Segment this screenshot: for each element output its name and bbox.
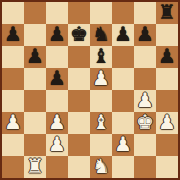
square-g2[interactable] — [134, 134, 156, 156]
square-f3[interactable] — [112, 112, 134, 134]
square-h7[interactable] — [156, 24, 178, 46]
piece-white-pawn[interactable]: ♟ — [158, 112, 176, 132]
square-e3[interactable]: ♝ — [90, 112, 112, 134]
square-a4[interactable] — [2, 90, 24, 112]
square-e8[interactable] — [90, 2, 112, 24]
piece-white-pawn[interactable]: ♟ — [4, 112, 22, 132]
square-a5[interactable] — [2, 68, 24, 90]
square-b3[interactable] — [24, 112, 46, 134]
square-c7[interactable]: ♟ — [46, 24, 68, 46]
square-a3[interactable]: ♟ — [2, 112, 24, 134]
square-b6[interactable]: ♟ — [24, 46, 46, 68]
square-c8[interactable] — [46, 2, 68, 24]
square-h4[interactable] — [156, 90, 178, 112]
piece-white-pawn[interactable]: ♟ — [48, 134, 66, 154]
piece-black-knight[interactable]: ♞ — [92, 24, 110, 44]
square-a6[interactable] — [2, 46, 24, 68]
square-f6[interactable] — [112, 46, 134, 68]
square-d7[interactable]: ♚ — [68, 24, 90, 46]
piece-white-bishop[interactable]: ♝ — [92, 112, 110, 132]
square-c6[interactable] — [46, 46, 68, 68]
square-d3[interactable] — [68, 112, 90, 134]
square-g3[interactable]: ♚ — [134, 112, 156, 134]
piece-black-king[interactable]: ♚ — [70, 24, 88, 44]
square-c2[interactable]: ♟ — [46, 134, 68, 156]
square-e1[interactable]: ♞ — [90, 156, 112, 178]
square-a2[interactable] — [2, 134, 24, 156]
piece-white-knight[interactable]: ♞ — [92, 156, 110, 176]
square-f8[interactable] — [112, 2, 134, 24]
square-d6[interactable] — [68, 46, 90, 68]
piece-white-pawn[interactable]: ♟ — [114, 134, 132, 154]
piece-black-pawn[interactable]: ♟ — [158, 46, 176, 66]
square-g6[interactable] — [134, 46, 156, 68]
square-f5[interactable] — [112, 68, 134, 90]
piece-black-pawn[interactable]: ♟ — [48, 24, 66, 44]
square-b1[interactable]: ♜ — [24, 156, 46, 178]
square-d2[interactable] — [68, 134, 90, 156]
square-c5[interactable]: ♟ — [46, 68, 68, 90]
square-c3[interactable]: ♟ — [46, 112, 68, 134]
square-d1[interactable] — [68, 156, 90, 178]
square-d4[interactable] — [68, 90, 90, 112]
piece-white-pawn[interactable]: ♟ — [92, 68, 110, 88]
square-e7[interactable]: ♞ — [90, 24, 112, 46]
square-h3[interactable]: ♟ — [156, 112, 178, 134]
square-d8[interactable] — [68, 2, 90, 24]
piece-black-bishop[interactable]: ♝ — [92, 46, 110, 66]
square-f1[interactable] — [112, 156, 134, 178]
piece-black-pawn[interactable]: ♟ — [4, 24, 22, 44]
square-d5[interactable] — [68, 68, 90, 90]
piece-black-pawn[interactable]: ♟ — [26, 46, 44, 66]
square-e5[interactable]: ♟ — [90, 68, 112, 90]
square-a1[interactable] — [2, 156, 24, 178]
square-f7[interactable]: ♟ — [112, 24, 134, 46]
square-e4[interactable] — [90, 90, 112, 112]
square-a7[interactable]: ♟ — [2, 24, 24, 46]
square-e2[interactable] — [90, 134, 112, 156]
square-h6[interactable]: ♟ — [156, 46, 178, 68]
piece-white-pawn[interactable]: ♟ — [48, 112, 66, 132]
square-b4[interactable] — [24, 90, 46, 112]
square-b5[interactable] — [24, 68, 46, 90]
square-g5[interactable] — [134, 68, 156, 90]
piece-black-rook[interactable]: ♜ — [158, 2, 176, 22]
square-b2[interactable] — [24, 134, 46, 156]
square-c4[interactable] — [46, 90, 68, 112]
piece-white-king[interactable]: ♚ — [136, 112, 154, 132]
square-f2[interactable]: ♟ — [112, 134, 134, 156]
piece-white-pawn[interactable]: ♟ — [136, 90, 154, 110]
square-e6[interactable]: ♝ — [90, 46, 112, 68]
square-g7[interactable]: ♟ — [134, 24, 156, 46]
piece-black-pawn[interactable]: ♟ — [114, 24, 132, 44]
square-a8[interactable] — [2, 2, 24, 24]
square-b8[interactable] — [24, 2, 46, 24]
piece-black-pawn[interactable]: ♟ — [48, 68, 66, 88]
square-c1[interactable] — [46, 156, 68, 178]
square-g1[interactable] — [134, 156, 156, 178]
square-h2[interactable] — [156, 134, 178, 156]
square-h8[interactable]: ♜ — [156, 2, 178, 24]
square-h1[interactable] — [156, 156, 178, 178]
chess-board: ♜♟♟♚♞♟♟♟♝♟♟♟♟♟♟♝♚♟♟♟♜♞ — [0, 0, 180, 180]
square-f4[interactable] — [112, 90, 134, 112]
piece-white-rook[interactable]: ♜ — [26, 156, 44, 176]
square-g8[interactable] — [134, 2, 156, 24]
square-h5[interactable] — [156, 68, 178, 90]
piece-black-pawn[interactable]: ♟ — [136, 24, 154, 44]
square-b7[interactable] — [24, 24, 46, 46]
square-g4[interactable]: ♟ — [134, 90, 156, 112]
